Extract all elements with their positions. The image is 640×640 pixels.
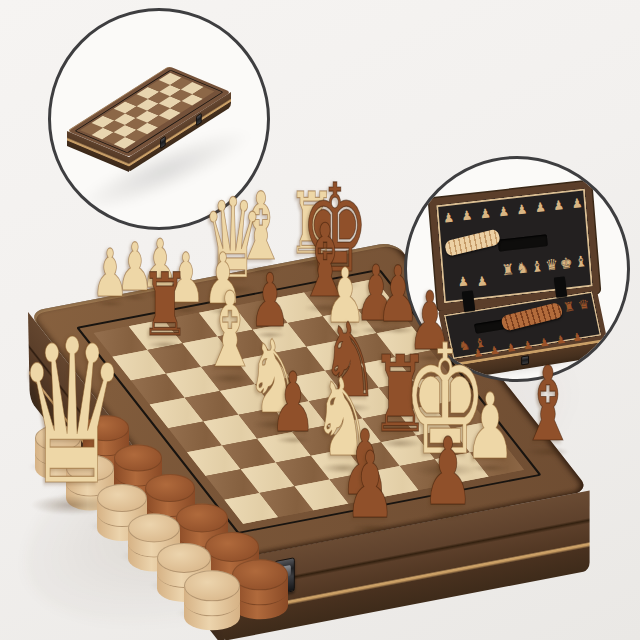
stored-piece-light: ♛ [545, 257, 559, 273]
stored-piece-dark: ♟ [572, 331, 584, 343]
stored-piece-dark: ♟ [505, 342, 517, 354]
stored-piece-light: ♝ [530, 259, 544, 275]
product-photo-scene: ♟♟♟♟♟♟♟♝♝♛♜♞♞♚♚♝♝♜♜♞♟♟♟♟♟♟♟♟♛ [0, 0, 640, 640]
closed-box-latch [196, 113, 201, 126]
chess-piece-dark-pawn: ♟ [422, 425, 474, 518]
hinge [462, 290, 475, 311]
stored-piece-light: ♟ [476, 274, 488, 288]
stored-piece-light: ♝ [574, 254, 588, 270]
closed-box-latch [160, 136, 165, 149]
checker-stack-dark [232, 559, 288, 605]
stored-piece-light: ♜ [501, 262, 515, 278]
stored-piece-light: ♚ [559, 256, 573, 272]
chess-piece-dark-pawn: ♟ [345, 440, 396, 532]
hinge [554, 276, 567, 297]
stored-piece-light: ♟ [457, 274, 469, 288]
stored-piece-dark: ♜ [562, 300, 576, 314]
stored-piece-light: ♞ [516, 261, 530, 277]
chess-piece-dark-rook: ♜ [141, 261, 189, 348]
chess-piece-light-queen: ♛ [16, 313, 127, 513]
stored-piece-dark: ♟ [489, 345, 501, 357]
checker-stack-light [184, 570, 240, 616]
chess-piece-dark-pawn: ♟ [270, 361, 316, 443]
stored-piece-dark: ♛ [577, 297, 591, 311]
chess-piece-dark-bishop: ♝ [519, 353, 576, 456]
